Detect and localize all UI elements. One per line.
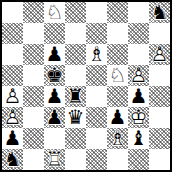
square-b2[interactable] (23, 128, 44, 149)
piece-white-bishop: ♝♗ (86, 44, 107, 65)
square-d5[interactable] (65, 65, 86, 86)
white-bishop-icon: ♗ (86, 44, 107, 65)
square-d8[interactable] (65, 2, 86, 23)
square-a6[interactable] (2, 44, 23, 65)
square-h8[interactable]: ♞ (149, 2, 170, 23)
square-b5[interactable] (23, 65, 44, 86)
black-king-icon: ♚ (44, 65, 65, 86)
square-f1[interactable] (107, 149, 128, 170)
white-pawn-icon: ♙ (2, 107, 23, 128)
square-f3[interactable]: ♟ (107, 107, 128, 128)
piece-white-bishop: ♝♗ (107, 128, 128, 149)
square-e2[interactable] (86, 128, 107, 149)
square-g2[interactable]: ♝ (128, 128, 149, 149)
white-knight-icon: ♘ (107, 65, 128, 86)
piece-black-queen: ♛ (65, 107, 86, 128)
square-h2[interactable] (149, 128, 170, 149)
piece-white-pawn: ♟♙ (149, 44, 170, 65)
white-pawn-fill-icon: ♟ (2, 86, 23, 107)
square-g3[interactable]: ♚♔ (128, 107, 149, 128)
square-c3[interactable]: ♟ (44, 107, 65, 128)
square-d7[interactable] (65, 23, 86, 44)
white-rook-fill-icon: ♜ (44, 149, 65, 170)
black-queen-icon: ♛ (65, 107, 86, 128)
square-c2[interactable] (44, 128, 65, 149)
piece-black-pawn: ♟ (2, 128, 23, 149)
white-knight-icon: ♘ (44, 2, 65, 23)
square-c1[interactable]: ♜♖ (44, 149, 65, 170)
square-f5[interactable]: ♞♘ (107, 65, 128, 86)
piece-black-knight: ♞ (149, 2, 170, 23)
piece-black-rook: ♜ (65, 86, 86, 107)
square-e1[interactable] (86, 149, 107, 170)
square-f8[interactable] (107, 2, 128, 23)
black-knight-icon: ♞ (2, 149, 23, 170)
piece-black-pawn: ♟ (44, 86, 65, 107)
square-h1[interactable] (149, 149, 170, 170)
square-b4[interactable] (23, 86, 44, 107)
black-pawn-icon: ♟ (44, 44, 65, 65)
black-rook-icon: ♜ (65, 86, 86, 107)
square-h7[interactable] (149, 23, 170, 44)
square-b3[interactable] (23, 107, 44, 128)
black-knight-icon: ♞ (149, 2, 170, 23)
square-c4[interactable]: ♟ (44, 86, 65, 107)
square-d6[interactable] (65, 44, 86, 65)
square-d2[interactable] (65, 128, 86, 149)
square-a4[interactable]: ♟♙ (2, 86, 23, 107)
square-g5[interactable]: ♟♙ (128, 65, 149, 86)
square-a1[interactable]: ♞ (2, 149, 23, 170)
square-a2[interactable]: ♟ (2, 128, 23, 149)
square-c7[interactable] (44, 23, 65, 44)
piece-white-pawn: ♟♙ (2, 107, 23, 128)
white-rook-icon: ♖ (44, 149, 65, 170)
square-g7[interactable] (128, 23, 149, 44)
square-d3[interactable]: ♛ (65, 107, 86, 128)
square-h6[interactable]: ♟♙ (149, 44, 170, 65)
square-e6[interactable]: ♝♗ (86, 44, 107, 65)
piece-black-pawn: ♟ (44, 107, 65, 128)
square-e3[interactable] (86, 107, 107, 128)
piece-black-king: ♚ (44, 65, 65, 86)
square-b7[interactable] (23, 23, 44, 44)
black-pawn-icon: ♟ (2, 128, 23, 149)
piece-black-pawn: ♟ (107, 107, 128, 128)
square-h4[interactable] (149, 86, 170, 107)
square-h3[interactable] (149, 107, 170, 128)
square-e4[interactable] (86, 86, 107, 107)
square-c8[interactable]: ♞♘ (44, 2, 65, 23)
square-g6[interactable] (128, 44, 149, 65)
black-pawn-icon: ♟ (44, 107, 65, 128)
square-b8[interactable] (23, 2, 44, 23)
piece-white-knight: ♞♘ (44, 2, 65, 23)
piece-black-knight: ♞ (2, 149, 23, 170)
piece-black-bishop: ♝ (128, 128, 149, 149)
white-knight-fill-icon: ♞ (107, 65, 128, 86)
square-e5[interactable] (86, 65, 107, 86)
square-c5[interactable]: ♚ (44, 65, 65, 86)
white-pawn-fill-icon: ♟ (128, 65, 149, 86)
square-e8[interactable] (86, 2, 107, 23)
piece-black-pawn: ♟ (44, 44, 65, 65)
white-pawn-icon: ♙ (2, 86, 23, 107)
white-bishop-icon: ♗ (107, 128, 128, 149)
white-knight-fill-icon: ♞ (44, 2, 65, 23)
square-a7[interactable] (2, 23, 23, 44)
square-f7[interactable] (107, 23, 128, 44)
piece-white-pawn: ♟♙ (2, 86, 23, 107)
black-pawn-icon: ♟ (44, 86, 65, 107)
white-king-icon: ♔ (128, 107, 149, 128)
white-pawn-fill-icon: ♟ (149, 44, 170, 65)
black-pawn-icon: ♟ (128, 86, 149, 107)
square-g8[interactable] (128, 2, 149, 23)
square-f4[interactable] (107, 86, 128, 107)
white-bishop-fill-icon: ♝ (107, 128, 128, 149)
square-a5[interactable] (2, 65, 23, 86)
white-bishop-fill-icon: ♝ (86, 44, 107, 65)
white-pawn-icon: ♙ (128, 65, 149, 86)
square-c6[interactable]: ♟ (44, 44, 65, 65)
square-f6[interactable] (107, 44, 128, 65)
piece-white-pawn: ♟♙ (128, 65, 149, 86)
white-king-fill-icon: ♚ (128, 107, 149, 128)
square-g1[interactable] (128, 149, 149, 170)
piece-black-pawn: ♟ (128, 86, 149, 107)
piece-white-rook: ♜♖ (44, 149, 65, 170)
square-b6[interactable] (23, 44, 44, 65)
square-f2[interactable]: ♝♗ (107, 128, 128, 149)
black-pawn-icon: ♟ (107, 107, 128, 128)
square-a8[interactable] (2, 2, 23, 23)
square-a3[interactable]: ♟♙ (2, 107, 23, 128)
square-d4[interactable]: ♜ (65, 86, 86, 107)
square-g4[interactable]: ♟ (128, 86, 149, 107)
square-e7[interactable] (86, 23, 107, 44)
square-b1[interactable] (23, 149, 44, 170)
black-bishop-icon: ♝ (128, 128, 149, 149)
white-pawn-fill-icon: ♟ (2, 107, 23, 128)
chess-board: ♞♘♞♟♝♗♟♙♚♞♘♟♙♟♙♟♜♟♟♙♟♛♟♚♔♟♝♗♝♞♜♖ (0, 0, 172, 172)
white-pawn-icon: ♙ (149, 44, 170, 65)
square-h5[interactable] (149, 65, 170, 86)
piece-white-king: ♚♔ (128, 107, 149, 128)
piece-white-knight: ♞♘ (107, 65, 128, 86)
square-d1[interactable] (65, 149, 86, 170)
